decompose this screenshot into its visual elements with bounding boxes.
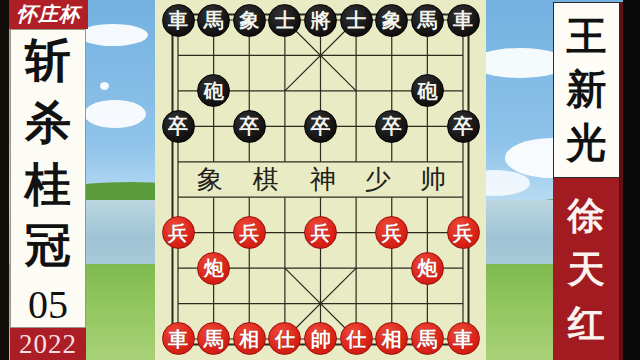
- player-top-name-char: 新: [567, 70, 607, 110]
- piece-red-soldier: 兵: [162, 216, 195, 249]
- cloud: [84, 100, 146, 128]
- series-title-char: 杀: [25, 100, 71, 146]
- piece-black-soldier: 卒: [162, 110, 195, 143]
- player-bottom-name-box: 徐天红: [553, 178, 623, 360]
- xiangqi-board: 象棋神少帅 車馬象士將士象馬車砲砲卒卒卒卒卒兵兵兵兵兵炮炮車馬相仕帥仕相馬車: [155, 0, 486, 360]
- year-label: 2022: [19, 329, 77, 360]
- episode-number: 05: [28, 285, 68, 325]
- piece-black-advisor: 士: [268, 4, 301, 37]
- piece-black-soldier: 卒: [233, 110, 266, 143]
- player-bottom-name-char: 红: [568, 305, 605, 342]
- event-cup-label: 怀庄杯: [17, 1, 80, 28]
- piece-red-cannon: 炮: [197, 252, 230, 285]
- piece-black-advisor: 士: [340, 4, 373, 37]
- event-cup-banner: 怀庄杯: [9, 0, 88, 29]
- cloud: [78, 24, 148, 46]
- piece-black-rook: 車: [162, 4, 195, 37]
- piece-black-elephant: 象: [233, 4, 266, 37]
- cloud: [100, 82, 109, 90]
- player-bottom-name-char: 徐: [568, 197, 605, 234]
- piece-red-rook: 車: [162, 322, 195, 355]
- left-black-bar: [0, 0, 9, 360]
- player-top-name-char: 光: [567, 123, 607, 163]
- piece-black-soldier: 卒: [375, 110, 408, 143]
- piece-red-soldier: 兵: [233, 216, 266, 249]
- series-title-char: 斩: [25, 38, 71, 84]
- piece-black-rook: 車: [447, 4, 480, 37]
- player-top-name-box: 王新光: [553, 2, 623, 178]
- series-title-char: 桂: [25, 162, 71, 208]
- piece-red-cannon: 炮: [411, 252, 444, 285]
- piece-black-horse: 馬: [197, 4, 230, 37]
- piece-red-advisor: 仕: [340, 322, 373, 355]
- piece-black-elephant: 象: [375, 4, 408, 37]
- player-bottom-name-char: 天: [568, 251, 605, 288]
- right-black-bar: [623, 0, 640, 360]
- piece-black-horse: 馬: [411, 4, 444, 37]
- piece-black-king: 將: [304, 4, 337, 37]
- piece-black-soldier: 卒: [447, 110, 480, 143]
- player-top-name-char: 王: [567, 17, 607, 57]
- piece-red-soldier: 兵: [304, 216, 337, 249]
- piece-red-rook: 車: [447, 322, 480, 355]
- video-frame: 象棋神少帅 車馬象士將士象馬車砲砲卒卒卒卒卒兵兵兵兵兵炮炮車馬相仕帥仕相馬車 怀…: [0, 0, 640, 360]
- board-grid: [155, 0, 486, 360]
- year-banner: 2022: [10, 328, 86, 360]
- piece-black-soldier: 卒: [304, 110, 337, 143]
- series-title-char: 冠: [25, 223, 71, 269]
- piece-red-soldier: 兵: [447, 216, 480, 249]
- series-title-box: 斩杀桂冠05: [10, 29, 86, 328]
